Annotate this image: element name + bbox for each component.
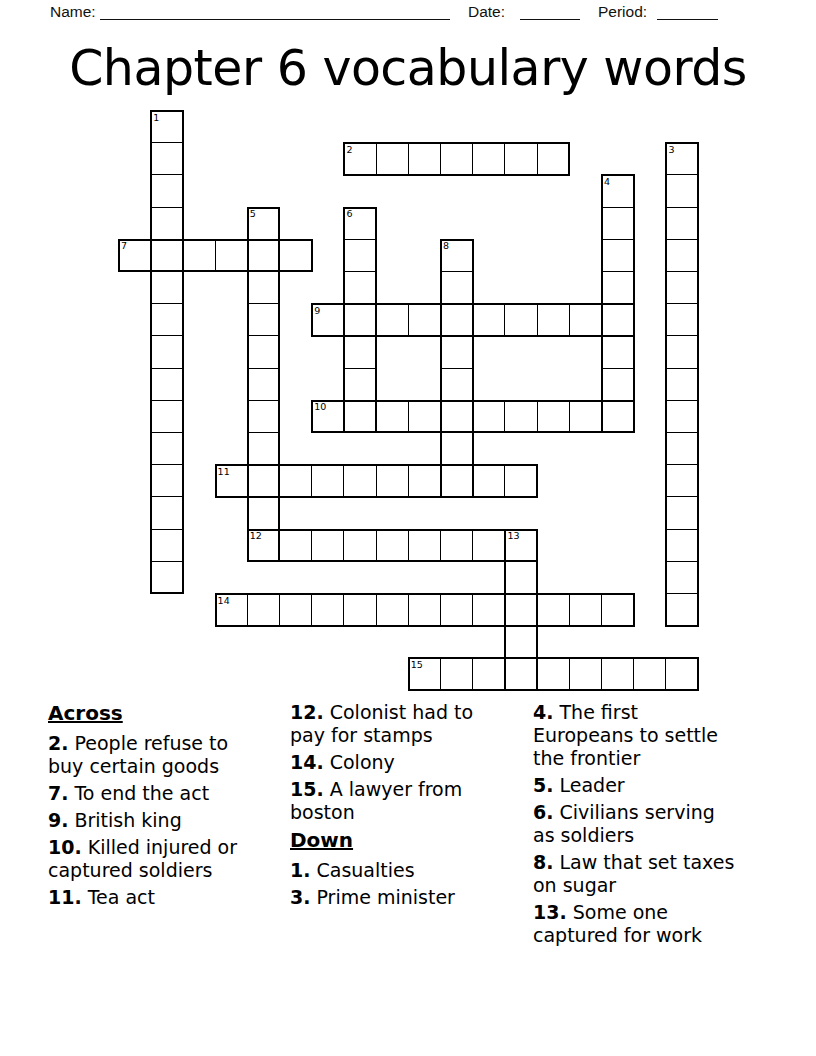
grid-cell[interactable] <box>311 593 345 627</box>
name-blank[interactable] <box>100 2 450 20</box>
grid-cell[interactable] <box>311 303 345 337</box>
grid-cell[interactable] <box>150 110 184 144</box>
grid-cell[interactable] <box>247 496 281 530</box>
grid-cell[interactable] <box>569 657 603 691</box>
clue-item-8-down: 8. Law that set taxes on sugar <box>533 851 738 897</box>
grid-cell[interactable] <box>665 464 699 498</box>
grid-cell[interactable] <box>665 207 699 241</box>
clue-column-1: Across2. People refuse to buy certain go… <box>48 701 266 913</box>
grid-cell[interactable] <box>504 400 538 434</box>
grid-cell[interactable] <box>537 142 571 176</box>
grid-cell[interactable] <box>504 625 538 659</box>
grid-cell[interactable] <box>601 239 635 273</box>
clue-number: 10. <box>48 836 82 858</box>
clue-number: 1. <box>290 859 310 881</box>
grid-cell[interactable] <box>182 239 216 273</box>
grid-cell[interactable] <box>665 271 699 305</box>
grid-cell[interactable] <box>376 593 410 627</box>
grid-cell[interactable] <box>247 239 281 273</box>
page-title: Chapter 6 vocabulary words <box>0 40 816 97</box>
clue-item-13-down: 13. Some one captured for work <box>533 901 738 947</box>
grid-cell[interactable] <box>150 207 184 241</box>
grid-cell[interactable] <box>247 432 281 466</box>
clue-header-down: Down <box>290 828 505 852</box>
grid-cell[interactable] <box>343 400 377 434</box>
clue-item-12-across: 12. Colonist had to pay for stamps <box>290 701 505 747</box>
grid-cell[interactable] <box>440 593 474 627</box>
grid-cell[interactable] <box>247 368 281 402</box>
grid-cell[interactable] <box>343 271 377 305</box>
grid-cell[interactable] <box>601 335 635 369</box>
grid-cell[interactable] <box>504 593 538 627</box>
grid-cell[interactable] <box>376 464 410 498</box>
grid-cell[interactable] <box>472 593 506 627</box>
clue-item-7-across: 7. To end the act <box>48 782 266 805</box>
grid-cell[interactable] <box>537 657 571 691</box>
clue-header-across: Across <box>48 701 266 725</box>
grid-cell[interactable] <box>215 239 249 273</box>
clue-item-6-down: 6. Civilians serving as soldiers <box>533 801 738 847</box>
grid-cell[interactable] <box>343 303 377 337</box>
grid-cell[interactable] <box>504 464 538 498</box>
date-label: Date: <box>468 3 505 21</box>
grid-cell[interactable] <box>665 174 699 208</box>
grid-cell[interactable] <box>601 271 635 305</box>
grid-cell[interactable] <box>150 529 184 563</box>
grid-cell[interactable] <box>665 303 699 337</box>
period-blank[interactable] <box>657 2 718 20</box>
grid-cell[interactable] <box>279 593 313 627</box>
grid-cell[interactable] <box>376 142 410 176</box>
grid-cell[interactable] <box>343 368 377 402</box>
grid-cell[interactable] <box>504 303 538 337</box>
clue-number: 7. <box>48 782 68 804</box>
grid-cell[interactable] <box>150 561 184 595</box>
clue-number: 13. <box>533 901 567 923</box>
grid-cell[interactable] <box>408 529 442 563</box>
grid-cell[interactable] <box>601 303 635 337</box>
clue-number: 3. <box>290 886 310 908</box>
grid-cell[interactable] <box>440 464 474 498</box>
grid-cell[interactable] <box>343 239 377 273</box>
grid-cell[interactable] <box>665 657 699 691</box>
clue-item-14-across: 14. Colony <box>290 751 505 774</box>
grid-cell[interactable] <box>665 529 699 563</box>
grid-cell[interactable] <box>343 142 377 176</box>
clue-number: 11. <box>48 886 82 908</box>
clue-item-9-across: 9. British king <box>48 809 266 832</box>
grid-cell[interactable] <box>504 657 538 691</box>
grid-cell[interactable] <box>343 335 377 369</box>
clue-item-3-down: 3. Prime minister <box>290 886 505 909</box>
grid-cell[interactable] <box>247 464 281 498</box>
grid-cell[interactable] <box>601 174 635 208</box>
grid-cell[interactable] <box>343 529 377 563</box>
grid-cell[interactable] <box>472 303 506 337</box>
grid-cell[interactable] <box>537 593 571 627</box>
clue-column-3: 4. The first Europeans to settle the fro… <box>533 701 738 951</box>
grid-cell[interactable] <box>601 207 635 241</box>
grid-cell[interactable] <box>440 368 474 402</box>
grid-cell[interactable] <box>440 657 474 691</box>
clue-item-15-across: 15. A lawyer from boston <box>290 778 505 824</box>
clue-column-2: 12. Colonist had to pay for stamps14. Co… <box>290 701 505 913</box>
clue-number: 12. <box>290 701 324 723</box>
grid-cell[interactable] <box>118 239 152 273</box>
clue-item-2-across: 2. People refuse to buy certain goods <box>48 732 266 778</box>
grid-cell[interactable] <box>247 207 281 241</box>
grid-cell[interactable] <box>601 657 635 691</box>
grid-cell[interactable] <box>150 271 184 305</box>
clue-item-1-down: 1. Casualties <box>290 859 505 882</box>
grid-cell[interactable] <box>665 368 699 402</box>
clue-item-10-across: 10. Killed injured or captured soldiers <box>48 836 266 882</box>
grid-cell[interactable] <box>150 400 184 434</box>
grid-cell[interactable] <box>472 400 506 434</box>
grid-cell[interactable] <box>504 561 538 595</box>
grid-cell[interactable] <box>472 464 506 498</box>
clue-item-4-down: 4. The first Europeans to settle the fro… <box>533 701 738 770</box>
grid-cell[interactable] <box>440 529 474 563</box>
clue-number: 6. <box>533 801 553 823</box>
grid-cell[interactable] <box>472 529 506 563</box>
clue-number: 2. <box>48 732 68 754</box>
clue-number: 14. <box>290 751 324 773</box>
grid-cell[interactable] <box>601 368 635 402</box>
grid-cell[interactable] <box>150 368 184 402</box>
grid-cell[interactable] <box>440 432 474 466</box>
grid-cell[interactable] <box>601 400 635 434</box>
grid-cell[interactable] <box>247 529 281 563</box>
grid-cell[interactable] <box>665 239 699 273</box>
grid-cell[interactable] <box>440 239 474 273</box>
grid-cell[interactable] <box>376 529 410 563</box>
clue-number: 15. <box>290 778 324 800</box>
grid-cell[interactable] <box>440 335 474 369</box>
grid-cell[interactable] <box>440 303 474 337</box>
grid-cell[interactable] <box>569 593 603 627</box>
grid-cell[interactable] <box>408 400 442 434</box>
grid-cell[interactable] <box>215 464 249 498</box>
grid-cell[interactable] <box>311 464 345 498</box>
grid-cell[interactable] <box>665 335 699 369</box>
grid-cell[interactable] <box>343 464 377 498</box>
grid-cell[interactable] <box>408 464 442 498</box>
grid-cell[interactable] <box>665 496 699 530</box>
grid-cell[interactable] <box>408 303 442 337</box>
grid-cell[interactable] <box>472 142 506 176</box>
grid-cell[interactable] <box>569 400 603 434</box>
grid-cell[interactable] <box>247 271 281 305</box>
grid-cell[interactable] <box>408 593 442 627</box>
grid-cell[interactable] <box>247 593 281 627</box>
grid-cell[interactable] <box>376 303 410 337</box>
grid-cell[interactable] <box>279 239 313 273</box>
grid-cell[interactable] <box>408 142 442 176</box>
grid-cell[interactable] <box>537 400 571 434</box>
grid-cell[interactable] <box>665 400 699 434</box>
grid-cell[interactable] <box>150 432 184 466</box>
grid-cell[interactable] <box>665 561 699 595</box>
grid-cell[interactable] <box>247 335 281 369</box>
grid-cell[interactable] <box>215 593 249 627</box>
grid-cell[interactable] <box>150 142 184 176</box>
grid-cell[interactable] <box>440 142 474 176</box>
date-blank[interactable] <box>520 2 580 20</box>
grid-cell[interactable] <box>247 303 281 337</box>
grid-cell[interactable] <box>537 303 571 337</box>
grid-cell[interactable] <box>440 400 474 434</box>
grid-cell[interactable] <box>408 657 442 691</box>
clue-number: 4. <box>533 701 553 723</box>
grid-cell[interactable] <box>311 529 345 563</box>
grid-cell[interactable] <box>665 142 699 176</box>
grid-cell[interactable] <box>150 239 184 273</box>
grid-cell[interactable] <box>440 271 474 305</box>
clue-item-5-down: 5. Leader <box>533 774 738 797</box>
grid-cell[interactable] <box>504 142 538 176</box>
grid-cell[interactable] <box>150 303 184 337</box>
grid-cell[interactable] <box>150 496 184 530</box>
grid-cell[interactable] <box>472 657 506 691</box>
grid-cell[interactable] <box>279 464 313 498</box>
grid-cell[interactable] <box>279 529 313 563</box>
grid-cell[interactable] <box>665 593 699 627</box>
clue-number: 9. <box>48 809 68 831</box>
grid-cell[interactable] <box>311 400 345 434</box>
grid-cell[interactable] <box>150 464 184 498</box>
clue-number: 8. <box>533 851 553 873</box>
grid-cell[interactable] <box>376 400 410 434</box>
clue-number: 5. <box>533 774 553 796</box>
period-label: Period: <box>598 3 647 21</box>
clue-item-11-across: 11. Tea act <box>48 886 266 909</box>
name-label: Name: <box>50 3 96 21</box>
grid-cell[interactable] <box>633 657 667 691</box>
grid-cell[interactable] <box>569 303 603 337</box>
grid-cell[interactable] <box>343 593 377 627</box>
crossword-grid[interactable]: 123456789101112131415 <box>118 110 699 691</box>
grid-cell[interactable] <box>150 174 184 208</box>
worksheet-page: Name: Date: Period: Chapter 6 vocabulary… <box>0 0 816 1056</box>
grid-cell[interactable] <box>343 207 377 241</box>
grid-cell[interactable] <box>150 335 184 369</box>
grid-cell[interactable] <box>601 593 635 627</box>
grid-cell[interactable] <box>665 432 699 466</box>
grid-cell[interactable] <box>247 400 281 434</box>
grid-cell[interactable] <box>504 529 538 563</box>
